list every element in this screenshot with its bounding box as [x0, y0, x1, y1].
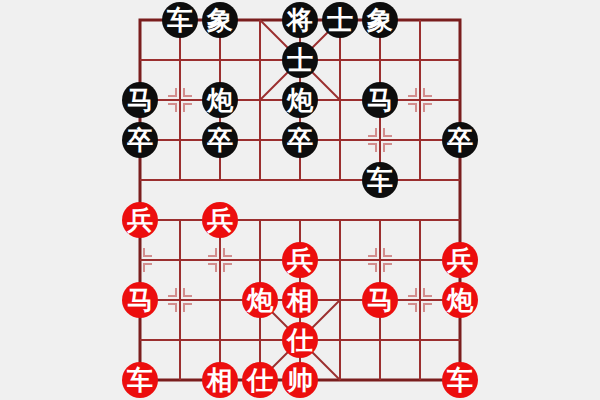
- piece-red-cannon[interactable]: 炮: [242, 282, 278, 318]
- piece-black-cannon[interactable]: 炮: [282, 82, 318, 118]
- piece-red-rook[interactable]: 车: [122, 362, 158, 398]
- piece-red-elephant[interactable]: 相: [282, 282, 318, 318]
- pieces-layer: 车象将士象士马炮炮马卒卒卒卒车兵兵兵兵马炮相马炮仕车相仕帅车: [120, 0, 480, 400]
- piece-black-soldier[interactable]: 卒: [442, 122, 478, 158]
- piece-black-soldier[interactable]: 卒: [122, 122, 158, 158]
- piece-black-elephant[interactable]: 象: [202, 2, 238, 38]
- piece-black-rook[interactable]: 车: [362, 162, 398, 198]
- piece-black-horse[interactable]: 马: [362, 82, 398, 118]
- piece-black-cannon[interactable]: 炮: [202, 82, 238, 118]
- piece-black-advisor[interactable]: 士: [322, 2, 358, 38]
- piece-black-general[interactable]: 将: [282, 2, 318, 38]
- piece-black-horse[interactable]: 马: [122, 82, 158, 118]
- piece-red-soldier[interactable]: 兵: [202, 202, 238, 238]
- piece-red-soldier[interactable]: 兵: [282, 242, 318, 278]
- piece-red-elephant[interactable]: 相: [202, 362, 238, 398]
- piece-red-cannon[interactable]: 炮: [442, 282, 478, 318]
- piece-black-elephant[interactable]: 象: [362, 2, 398, 38]
- piece-red-advisor[interactable]: 仕: [282, 322, 318, 358]
- piece-black-soldier[interactable]: 卒: [282, 122, 318, 158]
- piece-red-horse[interactable]: 马: [362, 282, 398, 318]
- piece-black-soldier[interactable]: 卒: [202, 122, 238, 158]
- piece-red-advisor[interactable]: 仕: [242, 362, 278, 398]
- piece-red-horse[interactable]: 马: [122, 282, 158, 318]
- piece-red-general[interactable]: 帅: [282, 362, 318, 398]
- piece-black-advisor[interactable]: 士: [282, 42, 318, 78]
- piece-red-soldier[interactable]: 兵: [122, 202, 158, 238]
- piece-red-soldier[interactable]: 兵: [442, 242, 478, 278]
- piece-black-rook[interactable]: 车: [162, 2, 198, 38]
- piece-red-rook[interactable]: 车: [442, 362, 478, 398]
- xiangqi-board: 车象将士象士马炮炮马卒卒卒卒车兵兵兵兵马炮相马炮仕车相仕帅车: [0, 0, 600, 400]
